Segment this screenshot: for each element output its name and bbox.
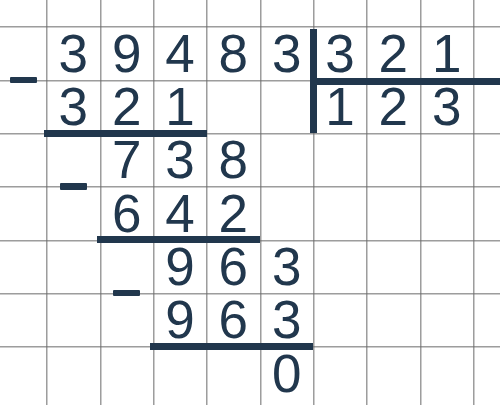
digit-cell-r3c2: 7 <box>100 133 153 186</box>
digit-cell-r5c4: 6 <box>207 240 260 293</box>
digit-cell-r2c7: 2 <box>367 80 420 133</box>
digit-cell-r2c6: 1 <box>313 80 366 133</box>
digit-cell-r4c4: 2 <box>207 187 260 240</box>
digit-cell-r4c2: 6 <box>100 187 153 240</box>
digit-cell-r1c2: 9 <box>100 27 153 80</box>
digit-cell-r6c5: 3 <box>260 293 313 346</box>
digit-cell-r1c3: 4 <box>153 27 206 80</box>
minus-sign-3 <box>113 290 140 297</box>
digit-cell-r2c1: 3 <box>47 80 100 133</box>
digit-cell-r6c3: 9 <box>153 293 206 346</box>
digit-cell-r6c4: 6 <box>207 293 260 346</box>
digit-cell-r3c4: 8 <box>207 133 260 186</box>
digit-cell-r4c3: 4 <box>153 187 206 240</box>
digit-cell-r2c8: 3 <box>420 80 473 133</box>
digit-cell-r1c4: 8 <box>207 27 260 80</box>
digit-cell-r2c3: 1 <box>153 80 206 133</box>
long-division-board: 394833213211237386429639630 <box>0 0 500 405</box>
digit-cell-r7c5: 0 <box>260 347 313 400</box>
minus-sign-2 <box>60 183 87 190</box>
digit-cell-r5c5: 3 <box>260 240 313 293</box>
subtraction-underline-1 <box>44 130 207 137</box>
digit-cell-r5c3: 9 <box>153 240 206 293</box>
digit-cell-r1c6: 3 <box>313 27 366 80</box>
subtraction-underline-3 <box>150 343 313 350</box>
digit-cell-r1c1: 3 <box>47 27 100 80</box>
division-bracket-horizontal-bar <box>310 78 500 85</box>
digit-cell-r3c3: 3 <box>153 133 206 186</box>
subtraction-underline-2 <box>97 236 260 243</box>
digit-cell-r1c8: 1 <box>420 27 473 80</box>
digit-cell-r1c5: 3 <box>260 27 313 80</box>
minus-sign-1 <box>10 77 37 84</box>
digit-cell-r1c7: 2 <box>367 27 420 80</box>
digit-cell-r2c2: 2 <box>100 80 153 133</box>
